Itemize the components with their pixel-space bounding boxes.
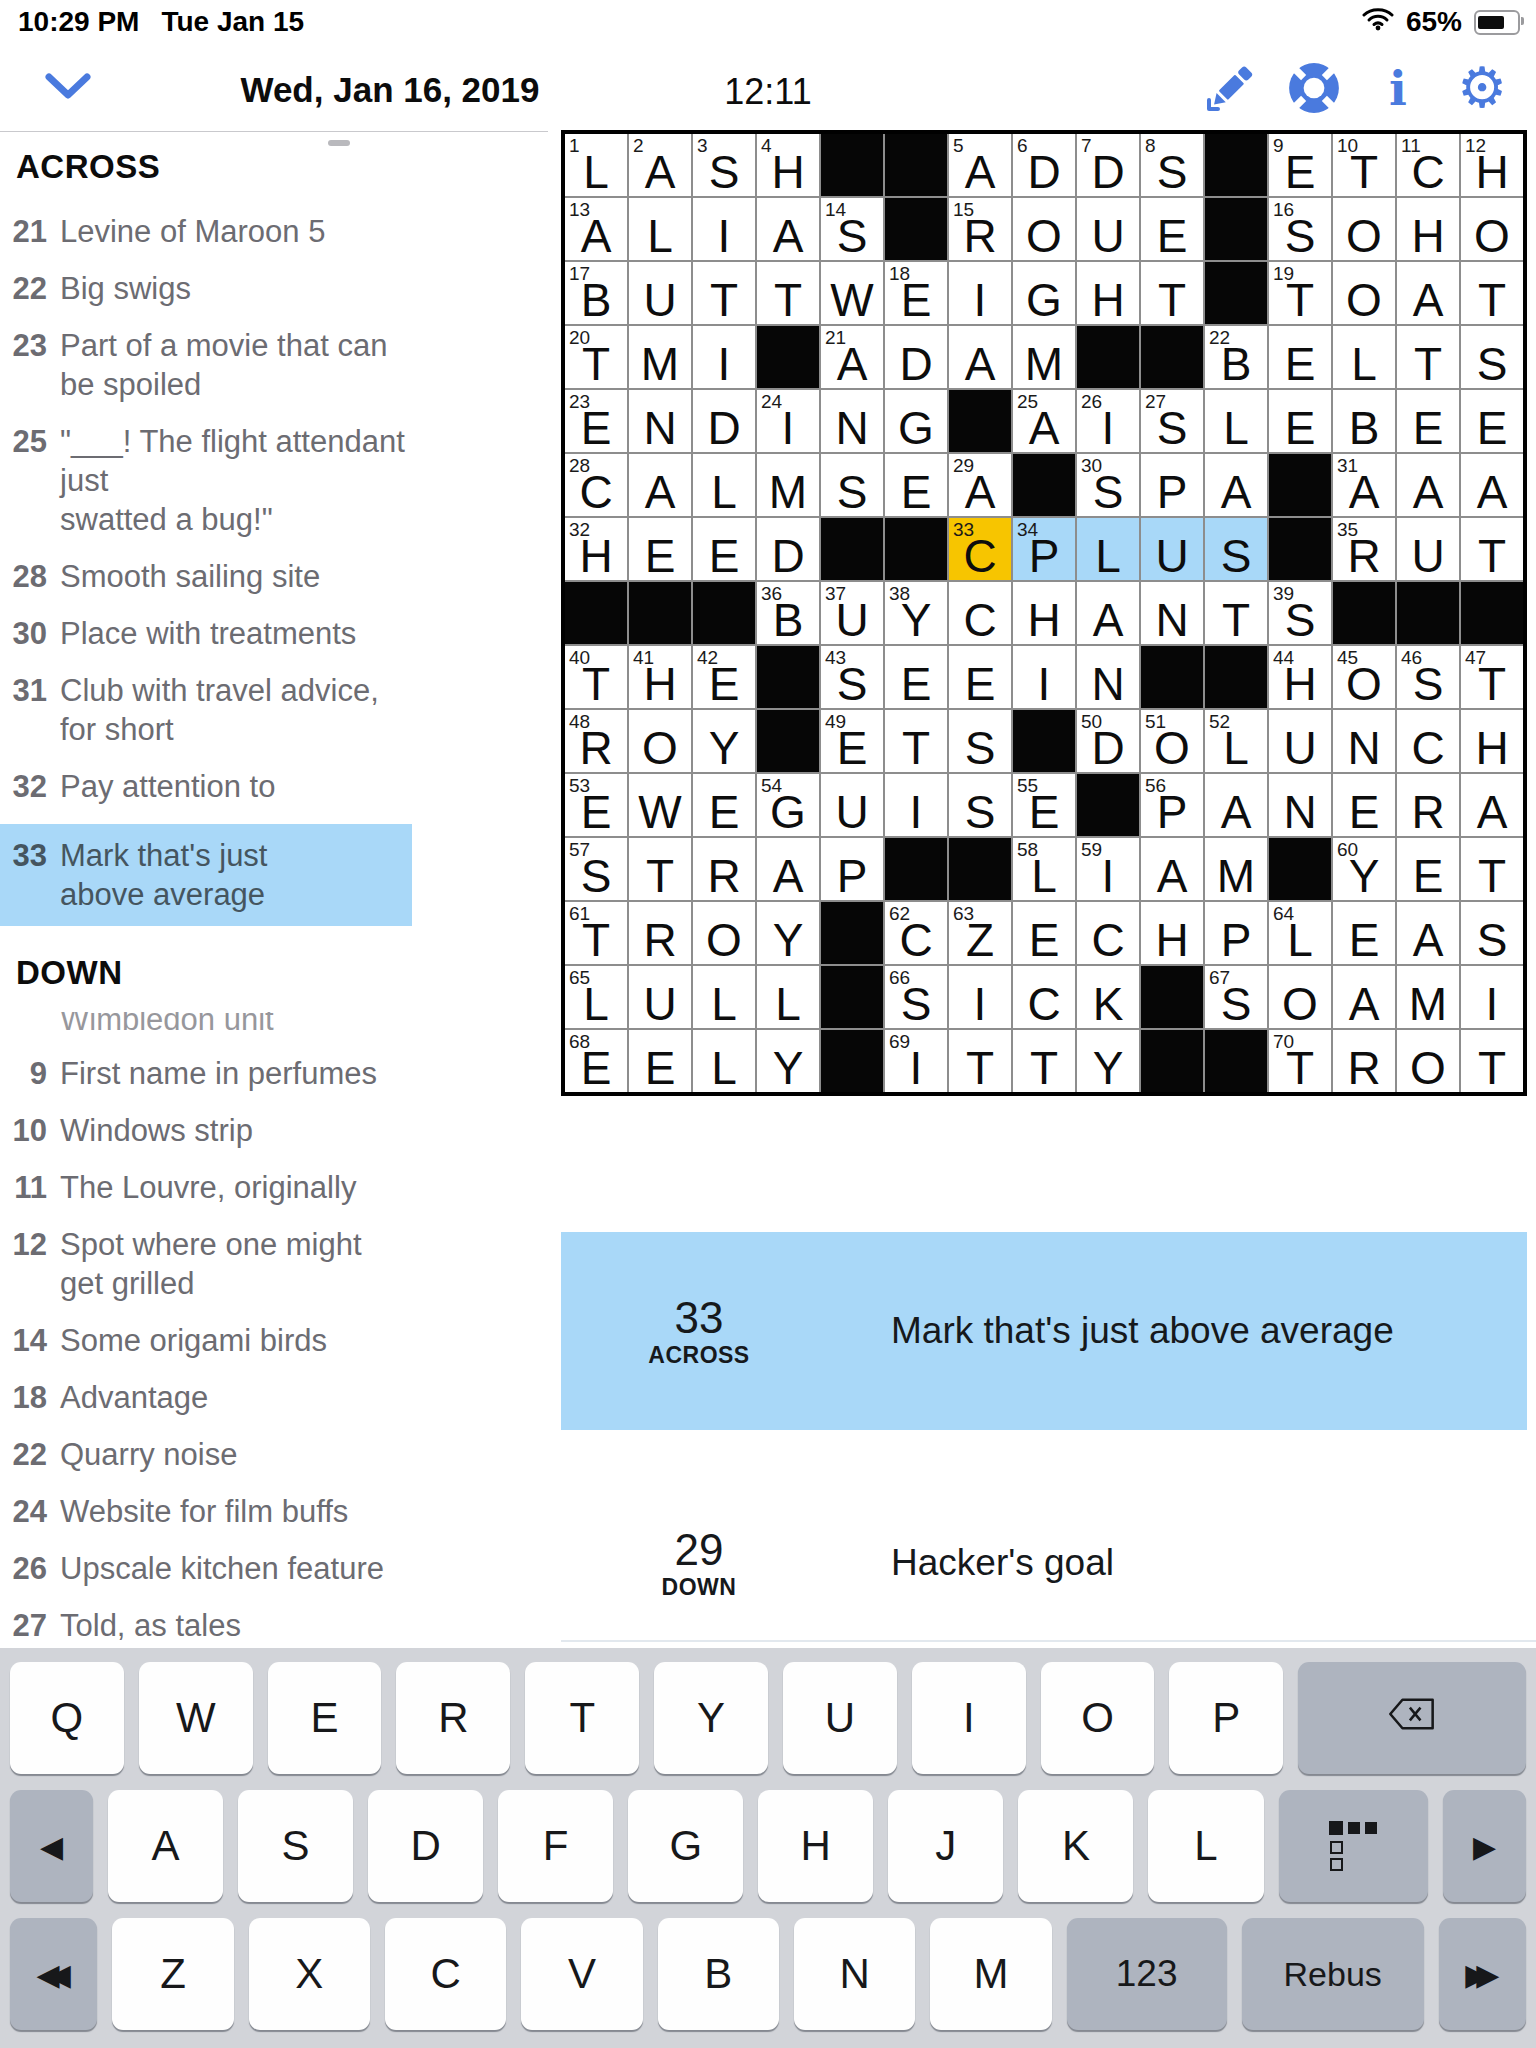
grid-cell-r2c14[interactable]: H: [1397, 198, 1459, 260]
grid-cell-r8c7[interactable]: C: [949, 582, 1011, 644]
cell-letter: T: [565, 914, 627, 966]
clue-across-30[interactable]: 30Place with treatments: [0, 614, 430, 653]
grid-cell-r11c11[interactable]: A: [1205, 774, 1267, 836]
grid-cell-black-r9c10[interactable]: [1141, 646, 1203, 708]
grid-cell-r1c2[interactable]: 2A: [629, 134, 691, 196]
grid-cell-r11c1[interactable]: 53E: [565, 774, 627, 836]
grid-cell-r1c14[interactable]: 11C: [1397, 134, 1459, 196]
grid-cell-r1c7[interactable]: 5A: [949, 134, 1011, 196]
grid-cell-r3c7[interactable]: I: [949, 262, 1011, 324]
grid-cell-r8c10[interactable]: N: [1141, 582, 1203, 644]
grid-cell-r6c4[interactable]: M: [757, 454, 819, 516]
grid-cell-r11c3[interactable]: E: [693, 774, 755, 836]
key-U[interactable]: U: [783, 1662, 897, 1774]
grid-cell-r11c4[interactable]: 54G: [757, 774, 819, 836]
grid-cell-r1c3[interactable]: 3S: [693, 134, 755, 196]
grid-cell-black-r5c7[interactable]: [949, 390, 1011, 452]
grid-cell-r9c14[interactable]: 46S: [1397, 646, 1459, 708]
grid-cell-r5c12[interactable]: E: [1269, 390, 1331, 452]
grid-cell-black-r12c7[interactable]: [949, 838, 1011, 900]
grid-cell-r14c15[interactable]: I: [1461, 966, 1523, 1028]
grid-cell-r5c8[interactable]: 25A: [1013, 390, 1075, 452]
grid-cell-r2c7[interactable]: 15R: [949, 198, 1011, 260]
grid-cell-r12c8[interactable]: 58L: [1013, 838, 1075, 900]
help-lifering-icon[interactable]: [1286, 60, 1342, 116]
key-123[interactable]: 123: [1067, 1918, 1227, 2030]
pencil-icon[interactable]: [1202, 60, 1258, 116]
grid-cell-r4c1[interactable]: 20T: [565, 326, 627, 388]
grid-cell-r2c8[interactable]: O: [1013, 198, 1075, 260]
grid-cell-r1c9[interactable]: 7D: [1077, 134, 1139, 196]
clue-across-25[interactable]: 25"___! The flight attendant just swatte…: [0, 422, 430, 539]
grid-cell-r7c2[interactable]: E: [629, 518, 691, 580]
grid-cell-r14c7[interactable]: I: [949, 966, 1011, 1028]
key-P[interactable]: P: [1169, 1662, 1283, 1774]
grid-cell-r13c9[interactable]: C: [1077, 902, 1139, 964]
grid-cell-r9c6[interactable]: E: [885, 646, 947, 708]
grid-cell-r8c8[interactable]: H: [1013, 582, 1075, 644]
info-icon[interactable]: i: [1370, 60, 1426, 116]
clue-down-18[interactable]: 18Advantage: [0, 1378, 430, 1417]
grid-cell-black-r2c6[interactable]: [885, 198, 947, 260]
grid-cell-r5c3[interactable]: D: [693, 390, 755, 452]
grid-cell-r2c13[interactable]: O: [1333, 198, 1395, 260]
key-W[interactable]: W: [139, 1662, 253, 1774]
grid-cell-r4c5[interactable]: 21A: [821, 326, 883, 388]
grid-cell-r6c10[interactable]: P: [1141, 454, 1203, 516]
grid-cell-r10c14[interactable]: C: [1397, 710, 1459, 772]
grid-cell-r7c8[interactable]: 34P: [1013, 518, 1075, 580]
grid-cell-r12c13[interactable]: 60Y: [1333, 838, 1395, 900]
grid-cell-r9c8[interactable]: I: [1013, 646, 1075, 708]
grid-cell-r1c13[interactable]: 10T: [1333, 134, 1395, 196]
key-Y[interactable]: Y: [654, 1662, 768, 1774]
grid-cell-r14c6[interactable]: 66S: [885, 966, 947, 1028]
grid-cell-r15c6[interactable]: 69I: [885, 1030, 947, 1092]
grid-cell-black-r4c4[interactable]: [757, 326, 819, 388]
cell-letter: C: [885, 914, 947, 966]
grid-cell-r13c14[interactable]: A: [1397, 902, 1459, 964]
key-Rebus[interactable]: Rebus: [1242, 1918, 1424, 2030]
cell-letter: O: [1013, 210, 1075, 262]
grid-cell-r8c9[interactable]: A: [1077, 582, 1139, 644]
grid-cell-r6c6[interactable]: E: [885, 454, 947, 516]
grid-cell-r13c11[interactable]: P: [1205, 902, 1267, 964]
grid-cell-r5c4[interactable]: 24I: [757, 390, 819, 452]
cross-clue-panel[interactable]: 29 DOWN Hacker's goal: [561, 1488, 1527, 1638]
grid-cell-r12c4[interactable]: A: [757, 838, 819, 900]
grid-cell-r7c9[interactable]: L: [1077, 518, 1139, 580]
grid-cell-r10c15[interactable]: H: [1461, 710, 1523, 772]
grid-cell-r1c12[interactable]: 9E: [1269, 134, 1331, 196]
grid-cell-black-r8c3[interactable]: [693, 582, 755, 644]
grid-cell-r11c7[interactable]: S: [949, 774, 1011, 836]
grid-cell-r2c15[interactable]: O: [1461, 198, 1523, 260]
grid-cell-r13c15[interactable]: S: [1461, 902, 1523, 964]
grid-cell-r3c6[interactable]: 18E: [885, 262, 947, 324]
grid-cell-r6c14[interactable]: A: [1397, 454, 1459, 516]
grid-cell-r4c3[interactable]: I: [693, 326, 755, 388]
key-C[interactable]: C: [385, 1918, 506, 2030]
cell-letter: I: [1461, 978, 1523, 1030]
grid-cell-r6c9[interactable]: 30S: [1077, 454, 1139, 516]
grid-cell-r14c13[interactable]: A: [1333, 966, 1395, 1028]
grid-cell-r6c13[interactable]: 31A: [1333, 454, 1395, 516]
grid-cell-r3c4[interactable]: T: [757, 262, 819, 324]
grid-cell-r13c4[interactable]: Y: [757, 902, 819, 964]
key-A[interactable]: A: [108, 1790, 223, 1902]
grid-cell-black-r1c5[interactable]: [821, 134, 883, 196]
clue-sidebar: ACROSS 21Levine of Maroon 522Big swigs23…: [0, 132, 430, 1648]
grid-cell-r1c10[interactable]: 8S: [1141, 134, 1203, 196]
key-next-clue[interactable]: ▶▶: [1439, 1918, 1526, 2030]
grid-cell-r14c11[interactable]: 67S: [1205, 966, 1267, 1028]
key-E[interactable]: E: [268, 1662, 382, 1774]
grid-cell-r9c7[interactable]: E: [949, 646, 1011, 708]
grid-cell-r13c13[interactable]: E: [1333, 902, 1395, 964]
grid-cell-r11c12[interactable]: N: [1269, 774, 1331, 836]
grid-cell-r15c12[interactable]: 70T: [1269, 1030, 1331, 1092]
grid-cell-r7c15[interactable]: T: [1461, 518, 1523, 580]
clue-down-11[interactable]: 11The Louvre, originally: [0, 1168, 430, 1207]
grid-cell-r12c5[interactable]: P: [821, 838, 883, 900]
grid-cell-r5c13[interactable]: B: [1333, 390, 1395, 452]
grid-cell-r13c12[interactable]: 64L: [1269, 902, 1331, 964]
grid-cell-r4c12[interactable]: E: [1269, 326, 1331, 388]
grid-cell-r10c11[interactable]: 52L: [1205, 710, 1267, 772]
grid-cell-r2c2[interactable]: L: [629, 198, 691, 260]
key-M[interactable]: M: [930, 1918, 1051, 2030]
grid-cell-r6c3[interactable]: L: [693, 454, 755, 516]
grid-cell-black-r13c5[interactable]: [821, 902, 883, 964]
grid-cell-r3c3[interactable]: T: [693, 262, 755, 324]
grid-cell-r11c5[interactable]: U: [821, 774, 883, 836]
grid-cell-black-r7c5[interactable]: [821, 518, 883, 580]
grid-cell-r7c1[interactable]: 32H: [565, 518, 627, 580]
clue-down-26[interactable]: 26Upscale kitchen feature: [0, 1549, 430, 1588]
grid-cell-r7c10[interactable]: U: [1141, 518, 1203, 580]
grid-cell-r5c6[interactable]: G: [885, 390, 947, 452]
grid-cell-r9c5[interactable]: 43S: [821, 646, 883, 708]
grid-cell-r4c13[interactable]: L: [1333, 326, 1395, 388]
grid-cell-r5c5[interactable]: N: [821, 390, 883, 452]
clue-across-33[interactable]: 33Mark that's just above average: [0, 824, 412, 926]
clue-across-28[interactable]: 28Smooth sailing site: [0, 557, 430, 596]
grid-cell-r4c6[interactable]: D: [885, 326, 947, 388]
clue-across-23[interactable]: 23Part of a movie that can be spoiled: [0, 326, 430, 404]
key-G[interactable]: G: [628, 1790, 743, 1902]
grid-cell-r10c2[interactable]: O: [629, 710, 691, 772]
grid-cell-black-r15c5[interactable]: [821, 1030, 883, 1092]
grid-cell-r10c6[interactable]: T: [885, 710, 947, 772]
grid-cell-r9c2[interactable]: 41H: [629, 646, 691, 708]
grid-cell-black-r8c15[interactable]: [1461, 582, 1523, 644]
grid-cell-r14c1[interactable]: 65L: [565, 966, 627, 1028]
grid-cell-black-r8c14[interactable]: [1397, 582, 1459, 644]
cell-letter: I: [885, 1042, 947, 1094]
cell-letter: T: [1269, 1042, 1331, 1094]
grid-cell-r13c10[interactable]: H: [1141, 902, 1203, 964]
grid-cell-r6c2[interactable]: A: [629, 454, 691, 516]
grid-cell-black-r4c9[interactable]: [1077, 326, 1139, 388]
grid-cell-r6c1[interactable]: 28C: [565, 454, 627, 516]
grid-cell-r4c7[interactable]: A: [949, 326, 1011, 388]
key-D[interactable]: D: [368, 1790, 483, 1902]
grid-cell-black-r3c11[interactable]: [1205, 262, 1267, 324]
grid-cell-r12c9[interactable]: 59I: [1077, 838, 1139, 900]
grid-cell-r14c4[interactable]: L: [757, 966, 819, 1028]
grid-cell-r9c3[interactable]: 42E: [693, 646, 755, 708]
clue-down-12[interactable]: 12Spot where one might get grilled: [0, 1225, 430, 1303]
grid-cell-r1c8[interactable]: 6D: [1013, 134, 1075, 196]
grid-cell-r14c9[interactable]: K: [1077, 966, 1139, 1028]
grid-cell-r14c2[interactable]: U: [629, 966, 691, 1028]
grid-cell-r5c15[interactable]: E: [1461, 390, 1523, 452]
key-next-letter[interactable]: ▶: [1443, 1790, 1526, 1902]
cell-letter: S: [1205, 978, 1267, 1030]
grid-cell-r10c10[interactable]: 51O: [1141, 710, 1203, 772]
key-prev-letter[interactable]: ◀: [10, 1790, 93, 1902]
grid-cell-r15c7[interactable]: T: [949, 1030, 1011, 1092]
grid-cell-r2c5[interactable]: 14S: [821, 198, 883, 260]
grid-cell-r3c12[interactable]: 19T: [1269, 262, 1331, 324]
grid-cell-r8c6[interactable]: 38Y: [885, 582, 947, 644]
grid-cell-r3c8[interactable]: G: [1013, 262, 1075, 324]
grid-cell-r13c1[interactable]: 61T: [565, 902, 627, 964]
grid-cell-black-r7c12[interactable]: [1269, 518, 1331, 580]
key-R[interactable]: R: [396, 1662, 510, 1774]
clue-across-22[interactable]: 22Big swigs: [0, 269, 430, 308]
grid-cell-r14c12[interactable]: O: [1269, 966, 1331, 1028]
grid-cell-r7c3[interactable]: E: [693, 518, 755, 580]
key-H[interactable]: H: [758, 1790, 873, 1902]
selected-clue-panel[interactable]: 33 ACROSS Mark that's just above average: [561, 1232, 1527, 1430]
grid-cell-r2c1[interactable]: 13A: [565, 198, 627, 260]
key-L[interactable]: L: [1148, 1790, 1263, 1902]
cell-letter: T: [1397, 338, 1459, 390]
grid-cell-r7c4[interactable]: D: [757, 518, 819, 580]
clue-down-10[interactable]: 10Windows strip: [0, 1111, 430, 1150]
grid-cell-r4c8[interactable]: M: [1013, 326, 1075, 388]
grid-cell-r11c14[interactable]: R: [1397, 774, 1459, 836]
clue-down-9[interactable]: 9First name in perfumes: [0, 1054, 430, 1093]
grid-cell-r11c10[interactable]: 56P: [1141, 774, 1203, 836]
key-B[interactable]: B: [658, 1918, 779, 2030]
key-J[interactable]: J: [888, 1790, 1003, 1902]
grid-cell-r10c3[interactable]: Y: [693, 710, 755, 772]
grid-cell-r14c14[interactable]: M: [1397, 966, 1459, 1028]
grid-cell-r8c12[interactable]: 39S: [1269, 582, 1331, 644]
grid-cell-r13c7[interactable]: 63Z: [949, 902, 1011, 964]
grid-cell-r1c4[interactable]: 4H: [757, 134, 819, 196]
grid-cell-r8c4[interactable]: 36B: [757, 582, 819, 644]
grid-cell-r7c11[interactable]: S: [1205, 518, 1267, 580]
grid-cell-r4c14[interactable]: T: [1397, 326, 1459, 388]
grid-cell-r2c3[interactable]: I: [693, 198, 755, 260]
grid-cell-r2c10[interactable]: E: [1141, 198, 1203, 260]
key-V[interactable]: V: [521, 1918, 642, 2030]
grid-cell-r11c8[interactable]: 55E: [1013, 774, 1075, 836]
grid-cell-r5c11[interactable]: L: [1205, 390, 1267, 452]
cell-letter: I: [949, 978, 1011, 1030]
grid-cell-r5c1[interactable]: 23E: [565, 390, 627, 452]
grid-cell-r9c15[interactable]: 47T: [1461, 646, 1523, 708]
grid-cell-black-r9c11[interactable]: [1205, 646, 1267, 708]
grid-cell-black-r15c11[interactable]: [1205, 1030, 1267, 1092]
cell-letter: E: [1269, 402, 1331, 454]
grid-cell-r15c2[interactable]: E: [629, 1030, 691, 1092]
grid-cell-black-r14c5[interactable]: [821, 966, 883, 1028]
clue-number: 22: [0, 269, 60, 308]
grid-cell-r15c1[interactable]: 68E: [565, 1030, 627, 1092]
grid-cell-black-r11c9[interactable]: [1077, 774, 1139, 836]
clue-across-32[interactable]: 32Pay attention to: [0, 767, 430, 806]
grid-cell-r9c1[interactable]: 40T: [565, 646, 627, 708]
grid-cell-r10c9[interactable]: 50D: [1077, 710, 1139, 772]
grid-cell-r13c3[interactable]: O: [693, 902, 755, 964]
grid-cell-black-r12c12[interactable]: [1269, 838, 1331, 900]
key-T[interactable]: T: [525, 1662, 639, 1774]
grid-cell-r8c11[interactable]: T: [1205, 582, 1267, 644]
grid-cell-r10c1[interactable]: 48R: [565, 710, 627, 772]
grid-cell-black-r4c10[interactable]: [1141, 326, 1203, 388]
grid-cell-r12c11[interactable]: M: [1205, 838, 1267, 900]
grid-cell-r11c6[interactable]: I: [885, 774, 947, 836]
grid-cell-r15c4[interactable]: Y: [757, 1030, 819, 1092]
clue-across-31[interactable]: 31Club with travel advice, for short: [0, 671, 430, 749]
grid-cell-r4c15[interactable]: S: [1461, 326, 1523, 388]
grid-cell-r12c1[interactable]: 57S: [565, 838, 627, 900]
clue-down-22[interactable]: 22Quarry noise: [0, 1435, 430, 1474]
grid-cell-r15c9[interactable]: Y: [1077, 1030, 1139, 1092]
grid-cell-r6c15[interactable]: A: [1461, 454, 1523, 516]
key-S[interactable]: S: [238, 1790, 353, 1902]
grid-cell-black-r15c10[interactable]: [1141, 1030, 1203, 1092]
grid-cell-black-r8c2[interactable]: [629, 582, 691, 644]
grid-cell-r9c13[interactable]: 45O: [1333, 646, 1395, 708]
grid-cell-r13c8[interactable]: E: [1013, 902, 1075, 964]
grid-cell-r3c14[interactable]: A: [1397, 262, 1459, 324]
grid-cell-black-r1c11[interactable]: [1205, 134, 1267, 196]
grid-cell-black-r6c8[interactable]: [1013, 454, 1075, 516]
grid-cell-r15c15[interactable]: T: [1461, 1030, 1523, 1092]
key-Z[interactable]: Z: [112, 1918, 233, 2030]
grid-cell-r15c14[interactable]: O: [1397, 1030, 1459, 1092]
grid-cell-r5c9[interactable]: 26I: [1077, 390, 1139, 452]
clue-across-21[interactable]: 21Levine of Maroon 5: [0, 212, 430, 251]
grid-cell-r5c10[interactable]: 27S: [1141, 390, 1203, 452]
grid-cell-r10c5[interactable]: 49E: [821, 710, 883, 772]
grid-cell-r1c1[interactable]: 1L: [565, 134, 627, 196]
clue-down-14[interactable]: 14Some origami birds: [0, 1321, 430, 1360]
grid-cell-r15c8[interactable]: T: [1013, 1030, 1075, 1092]
grid-cell-r14c3[interactable]: L: [693, 966, 755, 1028]
grid-cell-r7c7[interactable]: 33C: [949, 518, 1011, 580]
grid-cell-r3c10[interactable]: T: [1141, 262, 1203, 324]
grid-cell-r7c13[interactable]: 35R: [1333, 518, 1395, 580]
grid-cell-r5c14[interactable]: E: [1397, 390, 1459, 452]
key-N[interactable]: N: [794, 1918, 915, 2030]
grid-cell-r9c12[interactable]: 44H: [1269, 646, 1331, 708]
grid-cell-r11c15[interactable]: A: [1461, 774, 1523, 836]
grid-cell-black-r1c6[interactable]: [885, 134, 947, 196]
cell-letter: C: [1397, 146, 1459, 198]
key-F[interactable]: F: [498, 1790, 613, 1902]
grid-cell-r15c13[interactable]: R: [1333, 1030, 1395, 1092]
grid-cell-r13c6[interactable]: 62C: [885, 902, 947, 964]
grid-cell-r10c7[interactable]: S: [949, 710, 1011, 772]
grid-cell-r12c3[interactable]: R: [693, 838, 755, 900]
grid-cell-r3c1[interactable]: 17B: [565, 262, 627, 324]
grid-cell-r4c2[interactable]: M: [629, 326, 691, 388]
grid-cell-r8c5[interactable]: 37U: [821, 582, 883, 644]
grid-cell-r6c11[interactable]: A: [1205, 454, 1267, 516]
grid-cell-black-r8c1[interactable]: [565, 582, 627, 644]
grid-cell-r3c9[interactable]: H: [1077, 262, 1139, 324]
grid-cell-r12c15[interactable]: T: [1461, 838, 1523, 900]
grid-cell-r5c2[interactable]: N: [629, 390, 691, 452]
grid-cell-r6c5[interactable]: S: [821, 454, 883, 516]
grid-cell-r11c13[interactable]: E: [1333, 774, 1395, 836]
key-I[interactable]: I: [912, 1662, 1026, 1774]
grid-cell-r14c8[interactable]: C: [1013, 966, 1075, 1028]
grid-cell-r12c10[interactable]: A: [1141, 838, 1203, 900]
grid-cell-r11c2[interactable]: W: [629, 774, 691, 836]
settings-gear-icon[interactable]: ⚙: [1454, 60, 1510, 116]
grid-cell-r12c2[interactable]: T: [629, 838, 691, 900]
grid-cell-r2c9[interactable]: U: [1077, 198, 1139, 260]
key-backspace[interactable]: [1298, 1662, 1526, 1774]
grid-cell-r6c7[interactable]: 29A: [949, 454, 1011, 516]
grid-cell-r15c3[interactable]: L: [693, 1030, 755, 1092]
cell-letter: A: [821, 338, 883, 390]
grid-cell-black-r10c4[interactable]: [757, 710, 819, 772]
grid-cell-r3c15[interactable]: T: [1461, 262, 1523, 324]
grid-cell-black-r14c10[interactable]: [1141, 966, 1203, 1028]
grid-cell-r2c4[interactable]: A: [757, 198, 819, 260]
grid-cell-r10c12[interactable]: U: [1269, 710, 1331, 772]
grid-cell-r9c9[interactable]: N: [1077, 646, 1139, 708]
grid-cell-black-r7c6[interactable]: [885, 518, 947, 580]
key-Q[interactable]: Q: [10, 1662, 124, 1774]
grid-cell-r3c2[interactable]: U: [629, 262, 691, 324]
grid-cell-black-r2c11[interactable]: [1205, 198, 1267, 260]
key-prev-clue[interactable]: ◀◀: [10, 1918, 97, 2030]
key-X[interactable]: X: [249, 1918, 370, 2030]
key-pencil-marks[interactable]: [1279, 1790, 1429, 1902]
grid-cell-r3c13[interactable]: O: [1333, 262, 1395, 324]
grid-cell-black-r8c13[interactable]: [1333, 582, 1395, 644]
cell-letter: W: [821, 274, 883, 326]
clue-down-27[interactable]: 27Told, as tales: [0, 1606, 430, 1645]
grid-cell-r3c5[interactable]: W: [821, 262, 883, 324]
grid-cell-r1c15[interactable]: 12H: [1461, 134, 1523, 196]
grid-cell-black-r10c8[interactable]: [1013, 710, 1075, 772]
grid-cell-black-r12c6[interactable]: [885, 838, 947, 900]
grid-cell-r4c11[interactable]: 22B: [1205, 326, 1267, 388]
clue-down-24[interactable]: 24Website for film buffs: [0, 1492, 430, 1531]
grid-cell-r7c14[interactable]: U: [1397, 518, 1459, 580]
grid-cell-r2c12[interactable]: 16S: [1269, 198, 1331, 260]
grid-cell-r12c14[interactable]: E: [1397, 838, 1459, 900]
cell-letter: C: [949, 530, 1011, 582]
grid-cell-black-r6c12[interactable]: [1269, 454, 1331, 516]
key-K[interactable]: K: [1018, 1790, 1133, 1902]
grid-cell-r10c13[interactable]: N: [1333, 710, 1395, 772]
key-O[interactable]: O: [1041, 1662, 1155, 1774]
grid-cell-black-r9c4[interactable]: [757, 646, 819, 708]
grid-cell-r13c2[interactable]: R: [629, 902, 691, 964]
